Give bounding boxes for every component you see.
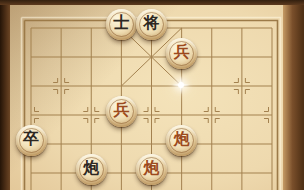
piece-character: 兵 (174, 44, 190, 60)
piece-red-soldier[interactable]: 兵 (106, 96, 137, 127)
piece-black-soldier[interactable]: 卒 (16, 125, 47, 156)
piece-character: 卒 (23, 131, 39, 147)
piece-red-cannon[interactable]: 炮 (136, 154, 167, 185)
piece-red-cannon[interactable]: 炮 (166, 125, 197, 156)
piece-character: 士 (113, 15, 129, 31)
piece-black-cannon[interactable]: 炮 (76, 154, 107, 185)
piece-black-general[interactable]: 将 (136, 9, 167, 40)
piece-character: 炮 (83, 160, 99, 176)
piece-layer: 士将兵兵卒炮炮炮 (16, 10, 287, 184)
piece-character: 兵 (113, 102, 129, 118)
piece-black-advisor[interactable]: 士 (106, 9, 137, 40)
piece-red-soldier[interactable]: 兵 (166, 38, 197, 69)
piece-character: 炮 (174, 131, 190, 147)
wood-frame-top (0, 0, 304, 5)
piece-character: 炮 (144, 160, 160, 176)
wood-frame-left (0, 0, 10, 190)
xiangqi-game-screen: 士将兵兵卒炮炮炮 (0, 0, 304, 190)
piece-character: 将 (144, 15, 160, 31)
wood-frame-right (283, 0, 304, 190)
